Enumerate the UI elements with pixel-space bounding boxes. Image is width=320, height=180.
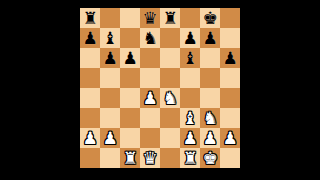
square-d7[interactable]: ♞: [140, 28, 160, 48]
square-g8[interactable]: ♚: [200, 8, 220, 28]
square-d8[interactable]: ♛: [140, 8, 160, 28]
piece-white-queen[interactable]: ♛: [142, 148, 157, 168]
square-g5[interactable]: [200, 68, 220, 88]
square-a3[interactable]: [80, 108, 100, 128]
piece-black-rook[interactable]: ♜: [82, 8, 97, 28]
piece-white-pawn[interactable]: ♟: [182, 128, 197, 148]
square-g2[interactable]: ♟: [200, 128, 220, 148]
square-d2[interactable]: [140, 128, 160, 148]
square-e5[interactable]: [160, 68, 180, 88]
square-f4[interactable]: [180, 88, 200, 108]
square-b3[interactable]: [100, 108, 120, 128]
square-c8[interactable]: [120, 8, 140, 28]
square-f2[interactable]: ♟: [180, 128, 200, 148]
square-d3[interactable]: [140, 108, 160, 128]
square-h5[interactable]: [220, 68, 240, 88]
square-e8[interactable]: ♜: [160, 8, 180, 28]
letterbox-bottom: [80, 168, 240, 180]
square-h6[interactable]: ♟: [220, 48, 240, 68]
square-c2[interactable]: [120, 128, 140, 148]
square-f1[interactable]: ♜: [180, 148, 200, 168]
square-a7[interactable]: ♟: [80, 28, 100, 48]
piece-black-queen[interactable]: ♛: [142, 8, 157, 28]
piece-white-pawn[interactable]: ♟: [202, 128, 217, 148]
piece-black-bishop[interactable]: ♝: [102, 28, 117, 48]
square-b2[interactable]: ♟: [100, 128, 120, 148]
square-h1[interactable]: [220, 148, 240, 168]
square-a2[interactable]: ♟: [80, 128, 100, 148]
square-h7[interactable]: [220, 28, 240, 48]
square-c4[interactable]: [120, 88, 140, 108]
piece-white-knight[interactable]: ♞: [202, 108, 217, 128]
square-c3[interactable]: [120, 108, 140, 128]
piece-black-pawn[interactable]: ♟: [102, 48, 117, 68]
piece-white-pawn[interactable]: ♟: [82, 128, 97, 148]
square-c5[interactable]: [120, 68, 140, 88]
square-c6[interactable]: ♟: [120, 48, 140, 68]
square-g6[interactable]: [200, 48, 220, 68]
square-e4[interactable]: ♞: [160, 88, 180, 108]
square-h8[interactable]: [220, 8, 240, 28]
square-e6[interactable]: [160, 48, 180, 68]
piece-black-pawn[interactable]: ♟: [182, 28, 197, 48]
piece-white-rook[interactable]: ♜: [122, 148, 137, 168]
chess-board: ♜♛♜♚♟♝♞♟♟♟♟♝♟♟♞♝♞♟♟♟♟♟♜♛♜♚: [80, 8, 240, 168]
square-f8[interactable]: [180, 8, 200, 28]
square-c7[interactable]: [120, 28, 140, 48]
piece-black-knight[interactable]: ♞: [142, 28, 157, 48]
letterbox-right: [240, 0, 320, 180]
letterbox-left: [0, 0, 80, 180]
square-h4[interactable]: [220, 88, 240, 108]
square-a5[interactable]: [80, 68, 100, 88]
square-b1[interactable]: [100, 148, 120, 168]
piece-white-king[interactable]: ♚: [202, 148, 217, 168]
letterbox-top: [80, 0, 240, 8]
square-a1[interactable]: [80, 148, 100, 168]
piece-white-pawn[interactable]: ♟: [102, 128, 117, 148]
piece-black-pawn[interactable]: ♟: [222, 48, 237, 68]
square-b5[interactable]: [100, 68, 120, 88]
piece-black-bishop[interactable]: ♝: [182, 48, 197, 68]
square-e1[interactable]: [160, 148, 180, 168]
square-d6[interactable]: [140, 48, 160, 68]
video-frame: ♜♛♜♚♟♝♞♟♟♟♟♝♟♟♞♝♞♟♟♟♟♟♜♛♜♚: [0, 0, 320, 180]
piece-black-rook[interactable]: ♜: [162, 8, 177, 28]
square-f6[interactable]: ♝: [180, 48, 200, 68]
square-d4[interactable]: ♟: [140, 88, 160, 108]
square-g7[interactable]: ♟: [200, 28, 220, 48]
square-a4[interactable]: [80, 88, 100, 108]
piece-black-pawn[interactable]: ♟: [122, 48, 137, 68]
piece-black-pawn[interactable]: ♟: [82, 28, 97, 48]
square-g4[interactable]: [200, 88, 220, 108]
square-b7[interactable]: ♝: [100, 28, 120, 48]
square-f7[interactable]: ♟: [180, 28, 200, 48]
square-b8[interactable]: [100, 8, 120, 28]
piece-black-king[interactable]: ♚: [202, 8, 217, 28]
piece-white-pawn[interactable]: ♟: [142, 88, 157, 108]
square-f5[interactable]: [180, 68, 200, 88]
square-c1[interactable]: ♜: [120, 148, 140, 168]
piece-white-bishop[interactable]: ♝: [182, 108, 197, 128]
square-d5[interactable]: [140, 68, 160, 88]
piece-white-knight[interactable]: ♞: [162, 88, 177, 108]
square-a6[interactable]: [80, 48, 100, 68]
square-e7[interactable]: [160, 28, 180, 48]
square-f3[interactable]: ♝: [180, 108, 200, 128]
piece-white-pawn[interactable]: ♟: [222, 128, 237, 148]
square-e3[interactable]: [160, 108, 180, 128]
square-g1[interactable]: ♚: [200, 148, 220, 168]
square-b6[interactable]: ♟: [100, 48, 120, 68]
piece-black-pawn[interactable]: ♟: [202, 28, 217, 48]
square-d1[interactable]: ♛: [140, 148, 160, 168]
square-h3[interactable]: [220, 108, 240, 128]
square-g3[interactable]: ♞: [200, 108, 220, 128]
square-e2[interactable]: [160, 128, 180, 148]
piece-white-rook[interactable]: ♜: [182, 148, 197, 168]
square-b4[interactable]: [100, 88, 120, 108]
square-h2[interactable]: ♟: [220, 128, 240, 148]
square-a8[interactable]: ♜: [80, 8, 100, 28]
